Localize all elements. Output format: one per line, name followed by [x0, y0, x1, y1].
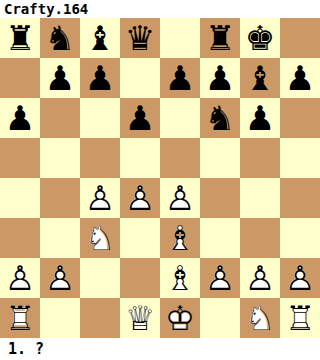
piece-black-bishop: ♝: [240, 58, 280, 98]
piece-white-pawn: ♙: [280, 258, 320, 298]
square-c7[interactable]: ♟: [80, 58, 120, 98]
piece-black-pawn: ♟: [200, 58, 240, 98]
square-b7[interactable]: ♟: [40, 58, 80, 98]
piece-black-pawn: ♟: [280, 58, 320, 98]
square-f6[interactable]: ♞: [200, 98, 240, 138]
piece-black-knight: ♞: [200, 98, 240, 138]
window-title: Crafty.164: [4, 0, 88, 18]
square-e6[interactable]: [160, 98, 200, 138]
square-a5[interactable]: [0, 138, 40, 178]
square-f7[interactable]: ♟: [200, 58, 240, 98]
piece-black-king: ♚: [240, 18, 280, 58]
square-c2[interactable]: [80, 258, 120, 298]
square-b5[interactable]: [40, 138, 80, 178]
square-h5[interactable]: [280, 138, 320, 178]
square-d8[interactable]: ♛: [120, 18, 160, 58]
piece-black-rook: ♜: [200, 18, 240, 58]
square-a4[interactable]: [0, 178, 40, 218]
piece-white-pawn-fill: ♟: [160, 178, 200, 218]
square-a3[interactable]: [0, 218, 40, 258]
square-b6[interactable]: [40, 98, 80, 138]
square-f3[interactable]: [200, 218, 240, 258]
piece-white-bishop: ♗: [160, 218, 200, 258]
piece-white-knight-fill: ♞: [240, 298, 280, 338]
piece-white-pawn: ♙: [240, 258, 280, 298]
piece-white-pawn: ♙: [200, 258, 240, 298]
piece-black-pawn: ♟: [40, 58, 80, 98]
piece-black-knight: ♞: [40, 18, 80, 58]
piece-white-pawn-fill: ♟: [280, 258, 320, 298]
square-c8[interactable]: ♝: [80, 18, 120, 58]
piece-black-pawn: ♟: [80, 58, 120, 98]
piece-white-queen: ♕: [120, 298, 160, 338]
piece-white-pawn: ♙: [120, 178, 160, 218]
square-d6[interactable]: ♟: [120, 98, 160, 138]
piece-white-bishop-fill: ♝: [160, 258, 200, 298]
square-c1[interactable]: [80, 298, 120, 338]
square-b3[interactable]: [40, 218, 80, 258]
move-prompt: 1. ?: [8, 338, 44, 360]
piece-white-knight: ♘: [240, 298, 280, 338]
square-d1[interactable]: ♛♕: [120, 298, 160, 338]
square-g7[interactable]: ♝: [240, 58, 280, 98]
square-f2[interactable]: ♟♙: [200, 258, 240, 298]
piece-white-pawn: ♙: [40, 258, 80, 298]
piece-white-king-fill: ♚: [160, 298, 200, 338]
square-g4[interactable]: [240, 178, 280, 218]
square-g5[interactable]: [240, 138, 280, 178]
piece-black-rook: ♜: [0, 18, 40, 58]
piece-white-bishop: ♗: [160, 258, 200, 298]
square-e7[interactable]: ♟: [160, 58, 200, 98]
square-b2[interactable]: ♟♙: [40, 258, 80, 298]
square-d7[interactable]: [120, 58, 160, 98]
square-h8[interactable]: [280, 18, 320, 58]
square-h6[interactable]: [280, 98, 320, 138]
square-e2[interactable]: ♝♗: [160, 258, 200, 298]
square-e4[interactable]: ♟♙: [160, 178, 200, 218]
title-bar: Crafty.164: [0, 0, 320, 18]
square-c5[interactable]: [80, 138, 120, 178]
square-g2[interactable]: ♟♙: [240, 258, 280, 298]
square-d2[interactable]: [120, 258, 160, 298]
piece-black-bishop: ♝: [80, 18, 120, 58]
square-a1[interactable]: ♜♖: [0, 298, 40, 338]
piece-white-pawn-fill: ♟: [120, 178, 160, 218]
crafty-window: Crafty.164 ♜♞♝♛♜♚♟♟♟♟♝♟♟♟♞♟♟♙♟♙♟♙♞♘♝♗♟♙♟…: [0, 0, 320, 360]
square-c6[interactable]: [80, 98, 120, 138]
square-e1[interactable]: ♚♔: [160, 298, 200, 338]
square-h3[interactable]: [280, 218, 320, 258]
square-b1[interactable]: [40, 298, 80, 338]
square-a2[interactable]: ♟♙: [0, 258, 40, 298]
square-e5[interactable]: [160, 138, 200, 178]
piece-black-pawn: ♟: [160, 58, 200, 98]
square-a8[interactable]: ♜: [0, 18, 40, 58]
piece-black-pawn: ♟: [120, 98, 160, 138]
square-g3[interactable]: [240, 218, 280, 258]
piece-white-pawn-fill: ♟: [40, 258, 80, 298]
square-b4[interactable]: [40, 178, 80, 218]
piece-white-king: ♔: [160, 298, 200, 338]
square-c4[interactable]: ♟♙: [80, 178, 120, 218]
piece-white-bishop-fill: ♝: [160, 218, 200, 258]
piece-white-pawn-fill: ♟: [80, 178, 120, 218]
square-d5[interactable]: [120, 138, 160, 178]
piece-white-pawn: ♙: [0, 258, 40, 298]
piece-white-knight-fill: ♞: [80, 218, 120, 258]
square-e3[interactable]: ♝♗: [160, 218, 200, 258]
square-f5[interactable]: [200, 138, 240, 178]
piece-white-pawn: ♙: [80, 178, 120, 218]
piece-white-rook-fill: ♜: [0, 298, 40, 338]
square-h2[interactable]: ♟♙: [280, 258, 320, 298]
square-d3[interactable]: [120, 218, 160, 258]
piece-white-knight: ♘: [80, 218, 120, 258]
square-h7[interactable]: ♟: [280, 58, 320, 98]
square-a6[interactable]: ♟: [0, 98, 40, 138]
piece-white-rook-fill: ♜: [280, 298, 320, 338]
piece-white-pawn-fill: ♟: [200, 258, 240, 298]
piece-white-pawn: ♙: [160, 178, 200, 218]
square-h1[interactable]: ♜♖: [280, 298, 320, 338]
square-c3[interactable]: ♞♘: [80, 218, 120, 258]
square-a7[interactable]: [0, 58, 40, 98]
square-d4[interactable]: ♟♙: [120, 178, 160, 218]
square-f4[interactable]: [200, 178, 240, 218]
square-g6[interactable]: ♟: [240, 98, 280, 138]
piece-black-pawn: ♟: [240, 98, 280, 138]
piece-black-pawn: ♟: [0, 98, 40, 138]
square-e8[interactable]: [160, 18, 200, 58]
piece-white-pawn-fill: ♟: [0, 258, 40, 298]
piece-white-pawn-fill: ♟: [240, 258, 280, 298]
square-b8[interactable]: ♞: [40, 18, 80, 58]
square-g1[interactable]: ♞♘: [240, 298, 280, 338]
piece-black-queen: ♛: [120, 18, 160, 58]
piece-white-rook: ♖: [280, 298, 320, 338]
square-g8[interactable]: ♚: [240, 18, 280, 58]
square-f8[interactable]: ♜: [200, 18, 240, 58]
status-bar: 1. ?: [0, 338, 320, 360]
chess-board: ♜♞♝♛♜♚♟♟♟♟♝♟♟♟♞♟♟♙♟♙♟♙♞♘♝♗♟♙♟♙♝♗♟♙♟♙♟♙♜♖…: [0, 18, 320, 338]
piece-white-rook: ♖: [0, 298, 40, 338]
square-f1[interactable]: [200, 298, 240, 338]
square-h4[interactable]: [280, 178, 320, 218]
piece-white-queen-fill: ♛: [120, 298, 160, 338]
